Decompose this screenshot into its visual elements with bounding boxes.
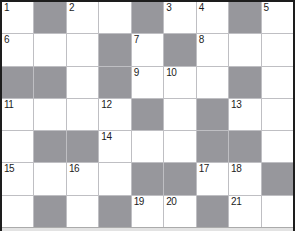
clue-number: 14 <box>101 131 111 143</box>
letter-cell-r2c5[interactable]: 10 <box>164 67 195 98</box>
letter-cell-r6c8[interactable] <box>262 196 293 227</box>
letter-cell-r6c7[interactable]: 21 <box>229 196 260 227</box>
letter-cell-r0c3[interactable] <box>99 2 130 33</box>
letter-cell-r1c4[interactable]: 7 <box>132 34 163 65</box>
clue-number: 11 <box>4 99 13 111</box>
letter-cell-r3c0[interactable]: 11 <box>2 99 33 130</box>
letter-cell-r1c6[interactable]: 8 <box>197 34 228 65</box>
letter-cell-r0c0[interactable]: 1 <box>2 2 33 33</box>
letter-cell-r0c6[interactable]: 4 <box>197 2 228 33</box>
block-cell-r1c3 <box>99 34 130 65</box>
block-cell-r4c7 <box>229 131 260 162</box>
clue-number: 13 <box>231 99 241 111</box>
clue-number: 8 <box>199 34 204 46</box>
letter-cell-r1c7[interactable] <box>229 34 260 65</box>
clue-number: 12 <box>101 99 111 111</box>
letter-cell-r3c8[interactable] <box>262 99 293 130</box>
block-cell-r5c8 <box>262 163 293 194</box>
letter-cell-r0c8[interactable]: 5 <box>262 2 293 33</box>
block-cell-r2c3 <box>99 67 130 98</box>
letter-cell-r6c2[interactable] <box>67 196 98 227</box>
clue-number: 16 <box>69 163 79 175</box>
block-cell-r4c2 <box>67 131 98 162</box>
letter-cell-r2c2[interactable] <box>67 67 98 98</box>
clue-number: 3 <box>166 2 171 14</box>
block-cell-r0c1 <box>34 2 65 33</box>
block-cell-r6c3 <box>99 196 130 227</box>
letter-cell-r5c1[interactable] <box>34 163 65 194</box>
clue-number: 15 <box>4 163 14 175</box>
crossword-board: 123456789101112131415161718192021 <box>0 0 295 231</box>
letter-cell-r5c6[interactable]: 17 <box>197 163 228 194</box>
letter-cell-r6c0[interactable] <box>2 196 33 227</box>
letter-cell-r3c3[interactable]: 12 <box>99 99 130 130</box>
block-cell-r0c7 <box>229 2 260 33</box>
letter-cell-r4c3[interactable]: 14 <box>99 131 130 162</box>
letter-cell-r2c6[interactable] <box>197 67 228 98</box>
letter-cell-r5c2[interactable]: 16 <box>67 163 98 194</box>
letter-cell-r4c0[interactable] <box>2 131 33 162</box>
letter-cell-r2c8[interactable] <box>262 67 293 98</box>
block-cell-r1c5 <box>164 34 195 65</box>
letter-cell-r6c4[interactable]: 19 <box>132 196 163 227</box>
letter-cell-r1c2[interactable] <box>67 34 98 65</box>
letter-cell-r3c2[interactable] <box>67 99 98 130</box>
block-cell-r3c6 <box>197 99 228 130</box>
letter-cell-r2c4[interactable]: 9 <box>132 67 163 98</box>
letter-cell-r3c7[interactable]: 13 <box>229 99 260 130</box>
clue-number: 19 <box>134 196 144 208</box>
clue-number: 17 <box>199 163 209 175</box>
block-cell-r3c4 <box>132 99 163 130</box>
crossword-grid: 123456789101112131415161718192021 <box>2 2 293 228</box>
letter-cell-r1c0[interactable]: 6 <box>2 34 33 65</box>
clue-number: 10 <box>166 67 176 79</box>
block-cell-r5c4 <box>132 163 163 194</box>
letter-cell-r3c1[interactable] <box>34 99 65 130</box>
clue-number: 1 <box>4 2 9 14</box>
clue-number: 21 <box>231 196 241 208</box>
letter-cell-r4c8[interactable] <box>262 131 293 162</box>
block-cell-r2c1 <box>34 67 65 98</box>
clue-number: 6 <box>4 34 9 46</box>
letter-cell-r5c7[interactable]: 18 <box>229 163 260 194</box>
block-cell-r2c0 <box>2 67 33 98</box>
clue-number: 9 <box>134 67 139 79</box>
block-cell-r5c5 <box>164 163 195 194</box>
clue-number: 7 <box>134 34 139 46</box>
block-cell-r2c7 <box>229 67 260 98</box>
block-cell-r6c6 <box>197 196 228 227</box>
letter-cell-r5c0[interactable]: 15 <box>2 163 33 194</box>
clue-number: 18 <box>231 163 241 175</box>
block-cell-r4c1 <box>34 131 65 162</box>
clue-number: 5 <box>264 2 269 14</box>
letter-cell-r6c5[interactable]: 20 <box>164 196 195 227</box>
letter-cell-r0c2[interactable]: 2 <box>67 2 98 33</box>
clue-number: 20 <box>166 196 176 208</box>
clue-number: 2 <box>69 2 74 14</box>
letter-cell-r4c4[interactable] <box>132 131 163 162</box>
letter-cell-r4c5[interactable] <box>164 131 195 162</box>
block-cell-r6c1 <box>34 196 65 227</box>
block-cell-r0c4 <box>132 2 163 33</box>
clue-number: 4 <box>199 2 204 14</box>
letter-cell-r1c8[interactable] <box>262 34 293 65</box>
letter-cell-r5c3[interactable] <box>99 163 130 194</box>
block-cell-r4c6 <box>197 131 228 162</box>
letter-cell-r0c5[interactable]: 3 <box>164 2 195 33</box>
letter-cell-r1c1[interactable] <box>34 34 65 65</box>
letter-cell-r3c5[interactable] <box>164 99 195 130</box>
